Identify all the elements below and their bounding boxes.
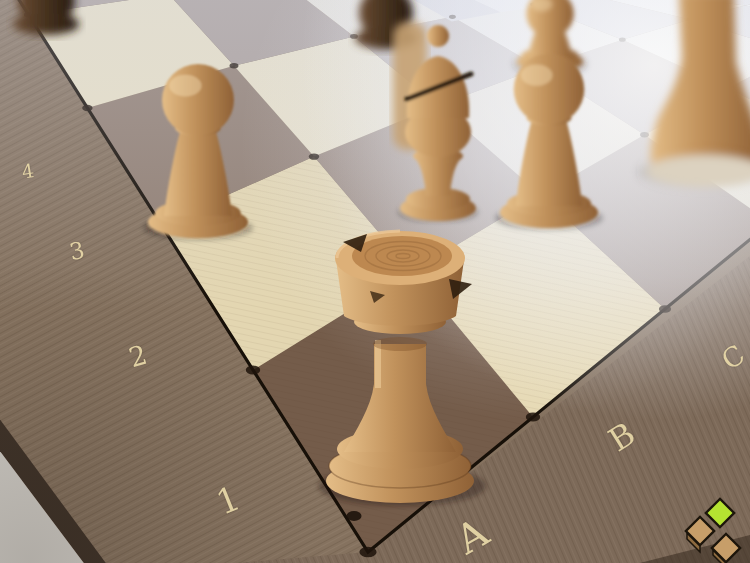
- corner-vignette: [0, 0, 750, 563]
- chessboard-photo: A B C 1 2 3 4: [0, 0, 750, 563]
- board-svg: [0, 0, 750, 563]
